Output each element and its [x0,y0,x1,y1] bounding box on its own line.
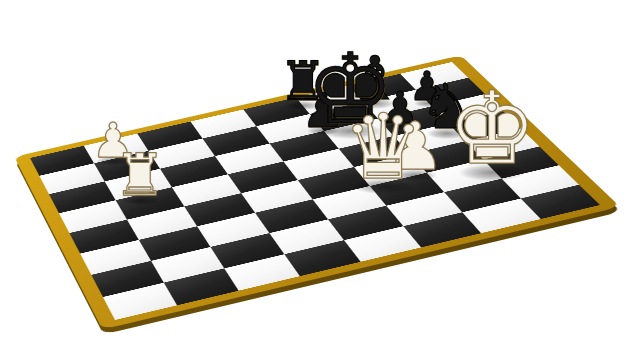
chess-scene: ♝♟♜♟♟♚♞♟♚♟♛♜ [0,0,625,350]
